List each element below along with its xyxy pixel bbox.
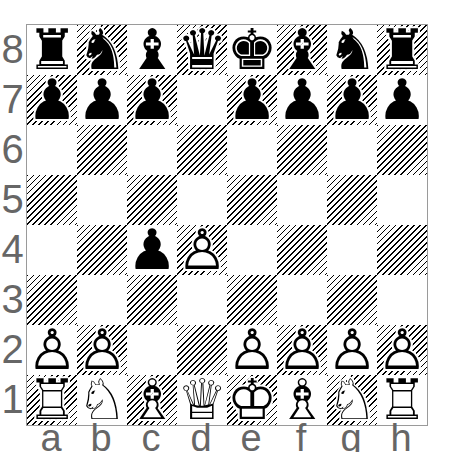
square-b7[interactable]: ♟ <box>77 75 127 125</box>
black-pawn-icon: ♟ <box>377 75 427 125</box>
rank-label-4: 4 <box>0 224 25 274</box>
square-a5[interactable] <box>27 175 77 225</box>
piece-white-queen-d1[interactable]: ♛♕ <box>177 375 227 425</box>
piece-white-knight-b1[interactable]: ♞♘ <box>77 375 127 425</box>
square-c4[interactable]: ♟ <box>127 225 177 275</box>
piece-black-pawn-a7[interactable]: ♟ <box>27 75 77 125</box>
rank-label-1: 1 <box>0 374 25 424</box>
piece-black-pawn-c4[interactable]: ♟ <box>127 225 177 275</box>
white-pawn-icon: ♙ <box>177 225 227 275</box>
chess-board: ♜♞♝♛♚♝♞♜♟♟♟♟♟♟♟♟♟♙♟♙♟♙♟♙♟♙♟♙♟♙♜♖♞♘♝♗♛♕♚♔… <box>26 24 428 426</box>
piece-black-pawn-h7[interactable]: ♟ <box>377 75 427 125</box>
rank-label-5: 5 <box>0 174 25 224</box>
square-b6[interactable] <box>77 125 127 175</box>
black-pawn-icon: ♟ <box>227 75 277 125</box>
white-king-icon: ♔ <box>227 375 277 425</box>
square-b5[interactable] <box>77 175 127 225</box>
piece-black-pawn-f7[interactable]: ♟ <box>277 75 327 125</box>
black-pawn-icon: ♟ <box>127 225 177 275</box>
piece-black-pawn-e7[interactable]: ♟ <box>227 75 277 125</box>
black-pawn-icon: ♟ <box>127 75 177 125</box>
square-f6[interactable] <box>277 125 327 175</box>
white-bishop-icon: ♗ <box>277 375 327 425</box>
square-c3[interactable] <box>127 275 177 325</box>
piece-white-rook-h1[interactable]: ♜♖ <box>377 375 427 425</box>
square-a1[interactable]: ♜♖ <box>27 375 77 425</box>
square-e6[interactable] <box>227 125 277 175</box>
square-b4[interactable] <box>77 225 127 275</box>
chess-diagram: 8 7 6 5 4 3 2 1 ♜♞♝♛♚♝♞♜♟♟♟♟♟♟♟♟♟♙♟♙♟♙♟♙… <box>0 0 452 452</box>
white-rook-icon: ♖ <box>377 375 427 425</box>
square-g4[interactable] <box>327 225 377 275</box>
square-d3[interactable] <box>177 275 227 325</box>
square-g6[interactable] <box>327 125 377 175</box>
square-h5[interactable] <box>377 175 427 225</box>
square-e7[interactable]: ♟ <box>227 75 277 125</box>
piece-black-pawn-b7[interactable]: ♟ <box>77 75 127 125</box>
rank-label-6: 6 <box>0 124 25 174</box>
square-a4[interactable] <box>27 225 77 275</box>
white-bishop-icon: ♗ <box>127 375 177 425</box>
black-pawn-icon: ♟ <box>277 75 327 125</box>
piece-white-king-e1[interactable]: ♚♔ <box>227 375 277 425</box>
square-f1[interactable]: ♝♗ <box>277 375 327 425</box>
black-queen-icon: ♛ <box>177 25 227 75</box>
white-knight-icon: ♘ <box>77 375 127 425</box>
square-e1[interactable]: ♚♔ <box>227 375 277 425</box>
square-d4[interactable]: ♟♙ <box>177 225 227 275</box>
square-d6[interactable] <box>177 125 227 175</box>
rank-label-2: 2 <box>0 324 25 374</box>
square-a7[interactable]: ♟ <box>27 75 77 125</box>
square-h1[interactable]: ♜♖ <box>377 375 427 425</box>
square-g1[interactable]: ♞♘ <box>327 375 377 425</box>
piece-white-bishop-f1[interactable]: ♝♗ <box>277 375 327 425</box>
white-queen-icon: ♕ <box>177 375 227 425</box>
square-g7[interactable]: ♟ <box>327 75 377 125</box>
square-a6[interactable] <box>27 125 77 175</box>
piece-white-pawn-d4[interactable]: ♟♙ <box>177 225 227 275</box>
square-f7[interactable]: ♟ <box>277 75 327 125</box>
square-b1[interactable]: ♞♘ <box>77 375 127 425</box>
square-f4[interactable] <box>277 225 327 275</box>
rank-label-7: 7 <box>0 74 25 124</box>
piece-white-bishop-c1[interactable]: ♝♗ <box>127 375 177 425</box>
rank-label-8: 8 <box>0 24 25 74</box>
square-c7[interactable]: ♟ <box>127 75 177 125</box>
square-c6[interactable] <box>127 125 177 175</box>
piece-black-queen-d8[interactable]: ♛ <box>177 25 227 75</box>
square-c1[interactable]: ♝♗ <box>127 375 177 425</box>
piece-white-knight-g1[interactable]: ♞♘ <box>327 375 377 425</box>
square-f5[interactable] <box>277 175 327 225</box>
black-pawn-icon: ♟ <box>77 75 127 125</box>
square-d8[interactable]: ♛ <box>177 25 227 75</box>
square-h4[interactable] <box>377 225 427 275</box>
square-h7[interactable]: ♟ <box>377 75 427 125</box>
piece-white-rook-a1[interactable]: ♜♖ <box>27 375 77 425</box>
piece-black-pawn-g7[interactable]: ♟ <box>327 75 377 125</box>
black-pawn-icon: ♟ <box>27 75 77 125</box>
square-e5[interactable] <box>227 175 277 225</box>
rank-label-3: 3 <box>0 274 25 324</box>
black-pawn-icon: ♟ <box>327 75 377 125</box>
white-rook-icon: ♖ <box>27 375 77 425</box>
square-h6[interactable] <box>377 125 427 175</box>
square-d7[interactable] <box>177 75 227 125</box>
square-d1[interactable]: ♛♕ <box>177 375 227 425</box>
square-g5[interactable] <box>327 175 377 225</box>
square-e4[interactable] <box>227 225 277 275</box>
white-knight-icon: ♘ <box>327 375 377 425</box>
piece-black-pawn-c7[interactable]: ♟ <box>127 75 177 125</box>
